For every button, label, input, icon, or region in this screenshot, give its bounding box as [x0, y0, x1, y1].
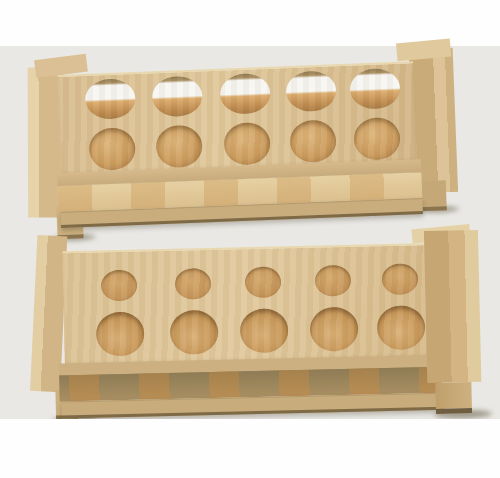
- rack-upper-top-plate: [57, 61, 417, 175]
- tube-hole-lower-upper-4: [315, 265, 352, 297]
- tube-hole-upper-lower-3: [223, 122, 271, 166]
- tube-hole-lower-upper-2: [174, 268, 211, 300]
- tube-hole-lower-lower-3: [239, 308, 288, 353]
- tube-hole-lower-lower-1: [95, 312, 144, 357]
- tube-hole-upper-lower-2: [156, 125, 204, 169]
- rack-lower-body: [26, 226, 482, 424]
- bottom-white-strip: [0, 419, 500, 478]
- tube-hole-upper-lower-5: [353, 117, 401, 161]
- gray-background: [0, 46, 500, 419]
- tube-hole-upper-lower-4: [289, 119, 337, 163]
- tube-hole-upper-upper-5: [349, 68, 400, 110]
- top-white-strip: [0, 0, 500, 46]
- tube-hole-lower-lower-2: [169, 310, 218, 355]
- tube-hole-lower-upper-5: [381, 263, 418, 295]
- rack-lower-top-plate: [62, 243, 434, 365]
- tube-hole-lower-lower-5: [376, 305, 425, 350]
- tube-hole-upper-upper-2: [152, 75, 203, 117]
- test-tube-rack-lower: [28, 231, 480, 419]
- rack-upper-body: [21, 40, 464, 243]
- tube-hole-upper-upper-3: [219, 73, 270, 115]
- tube-hole-upper-upper-1: [84, 78, 135, 120]
- test-tube-rack-upper: [24, 48, 460, 234]
- rack-lower-right-end-board: [424, 230, 481, 383]
- photo-canvas: [0, 0, 500, 478]
- tube-hole-upper-upper-4: [285, 70, 336, 112]
- tube-hole-lower-upper-3: [244, 266, 281, 298]
- tube-hole-lower-upper-1: [100, 270, 137, 302]
- tube-hole-lower-lower-4: [310, 307, 359, 352]
- tube-hole-upper-lower-1: [88, 127, 136, 171]
- rack-lower-right-leg: [435, 382, 472, 414]
